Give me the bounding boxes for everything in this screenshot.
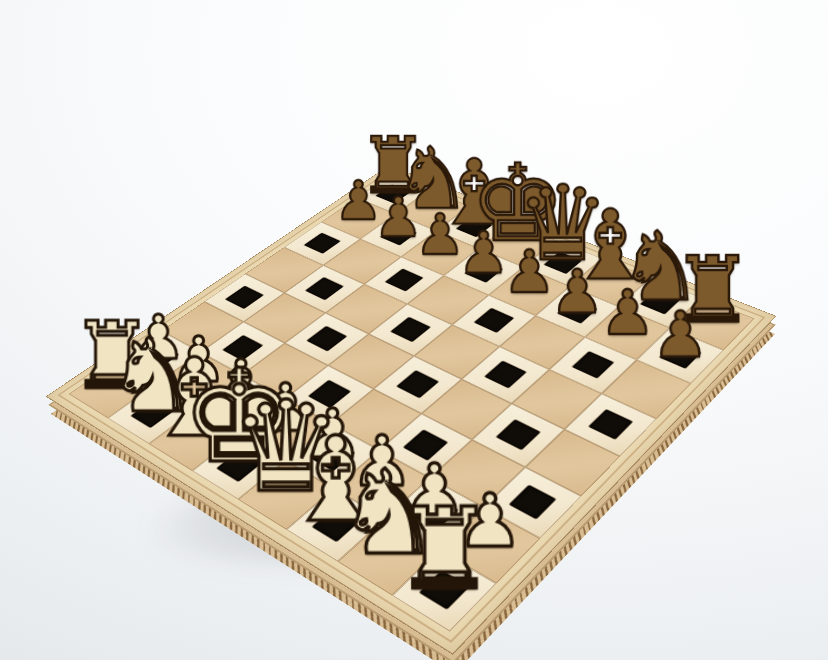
board-grid: ♜♞♝♚♛♝♞♜♟♟♟♟♟♟♟♟♟♟♟♟♟♟♟♟♜♞♝♚♛♝♞♜ — [69, 175, 755, 632]
photo-backdrop: ♜♞♝♚♛♝♞♜♟♟♟♟♟♟♟♟♟♟♟♟♟♟♟♟♜♞♝♚♛♝♞♜ — [0, 0, 828, 660]
square-cutout — [485, 361, 525, 387]
square-cutout — [573, 352, 613, 378]
square-cutout — [308, 327, 347, 351]
square-cutout — [305, 233, 340, 253]
chess-board: ♜♞♝♚♛♝♞♜♟♟♟♟♟♟♟♟♟♟♟♟♟♟♟♟♜♞♝♚♛♝♞♜ — [46, 165, 777, 655]
piece-glyph: ♟ — [503, 244, 556, 300]
square-cutout — [397, 371, 437, 397]
square-cutout — [475, 309, 513, 333]
square-cutout — [391, 318, 429, 342]
piece-glyph: ♟ — [550, 264, 604, 321]
square-cutout — [589, 410, 631, 439]
board-frame: ♜♞♝♚♛♝♞♜♟♟♟♟♟♟♟♟♟♟♟♟♟♟♟♟♜♞♝♚♛♝♞♜ — [46, 165, 777, 655]
square-a1[interactable]: ♜ — [392, 550, 497, 632]
square-cutout — [497, 420, 540, 449]
piece-glyph: ♜ — [394, 495, 495, 602]
square-d4[interactable] — [374, 356, 462, 414]
piece-glyph: ♟ — [600, 284, 655, 343]
square-cutout — [226, 286, 263, 308]
square-cutout — [386, 269, 423, 291]
piece-glyph: ♟ — [652, 305, 709, 365]
scene: ♜♞♝♚♛♝♞♜♟♟♟♟♟♟♟♟♟♟♟♟♟♟♟♟♜♞♝♚♛♝♞♜ — [0, 0, 828, 660]
square-cutout — [306, 278, 343, 300]
